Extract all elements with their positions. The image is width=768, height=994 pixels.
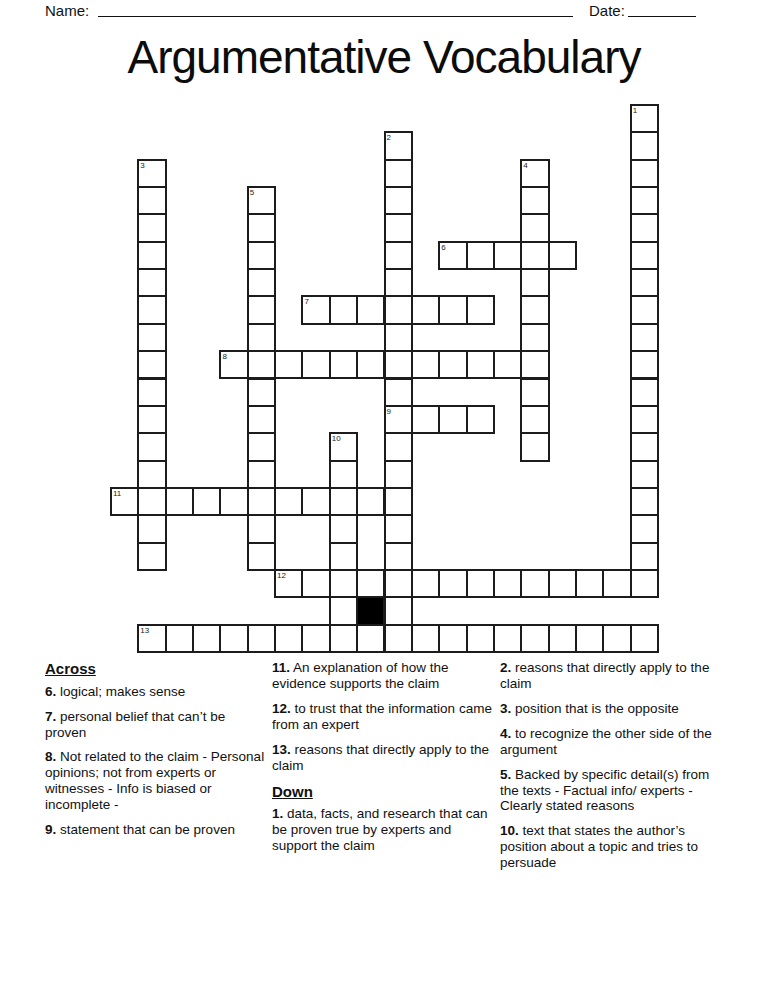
grid-cell[interactable]	[384, 159, 413, 188]
grid-cell[interactable]: 6	[438, 241, 467, 270]
grid-cell[interactable]	[384, 323, 413, 352]
clue-6: 6. logical; makes sense	[45, 684, 267, 700]
grid-cell[interactable]	[411, 569, 440, 598]
grid-cell[interactable]	[630, 159, 659, 188]
grid-cell[interactable]	[329, 624, 358, 653]
grid-cell[interactable]: 8	[219, 350, 248, 379]
grid-cell[interactable]	[520, 432, 549, 461]
grid-cell[interactable]	[356, 569, 385, 598]
grid-cell[interactable]	[384, 432, 413, 461]
grid-cell[interactable]	[137, 542, 166, 571]
grid-cell[interactable]	[247, 405, 276, 434]
grid-cell[interactable]	[520, 241, 549, 270]
grid-cell[interactable]	[329, 542, 358, 571]
page-title: Argumentative Vocabulary	[0, 30, 768, 84]
grid-cell[interactable]: 1	[630, 104, 659, 133]
grid-cell[interactable]	[301, 624, 330, 653]
grid-cell[interactable]	[247, 268, 276, 297]
grid-cell[interactable]	[520, 186, 549, 215]
clue-10-number: 10.	[500, 823, 519, 838]
grid-cell[interactable]	[247, 514, 276, 543]
grid-cell[interactable]	[520, 624, 549, 653]
grid-cell[interactable]	[466, 569, 495, 598]
grid-cell[interactable]	[466, 295, 495, 324]
grid-cell[interactable]	[274, 350, 303, 379]
grid-cell[interactable]	[384, 514, 413, 543]
clue-4: 4. to recognize the other side of the ar…	[500, 726, 722, 758]
clue-number-5: 5	[250, 188, 254, 197]
name-label: Name:	[45, 2, 89, 19]
grid-cell[interactable]: 13	[137, 624, 166, 653]
grid-cell[interactable]	[575, 624, 604, 653]
down-heading: Down	[272, 783, 494, 801]
grid-cell[interactable]	[411, 405, 440, 434]
clue-3-number: 3.	[500, 701, 511, 716]
grid-cell[interactable]	[384, 295, 413, 324]
grid-cell[interactable]	[548, 241, 577, 270]
grid-cell[interactable]	[137, 487, 166, 516]
clue-number-9: 9	[387, 407, 391, 416]
clue-8-text: Not related to the claim - Personal opin…	[45, 749, 264, 812]
clue-number-4: 4	[523, 161, 527, 170]
clue-5: 5. Backed by specific detail(s) from the…	[500, 767, 722, 815]
clue-column-2: 11. An explanation of how the evidence s…	[272, 660, 494, 863]
grid-cell[interactable]	[247, 432, 276, 461]
grid-cell[interactable]	[630, 378, 659, 407]
grid-cell[interactable]	[329, 295, 358, 324]
clue-number-2: 2	[387, 133, 391, 142]
grid-cell[interactable]	[301, 350, 330, 379]
grid-cell[interactable]: 9	[384, 405, 413, 434]
clue-8-number: 8.	[45, 749, 56, 764]
grid-cell[interactable]	[247, 350, 276, 379]
grid-cell[interactable]	[630, 432, 659, 461]
grid-cell[interactable]	[466, 350, 495, 379]
grid-cell[interactable]	[630, 542, 659, 571]
grid-cell[interactable]	[384, 186, 413, 215]
clue-column-1: Across6. logical; makes sense7. personal…	[45, 660, 267, 847]
grid-cell[interactable]	[493, 350, 522, 379]
grid-cell[interactable]	[137, 405, 166, 434]
grid-cell[interactable]	[247, 378, 276, 407]
grid-cell[interactable]	[411, 350, 440, 379]
grid-cell[interactable]	[630, 213, 659, 242]
grid-cell[interactable]	[520, 569, 549, 598]
grid-cell[interactable]	[630, 405, 659, 434]
grid-cell[interactable]	[356, 487, 385, 516]
grid-cell[interactable]	[137, 432, 166, 461]
clue-number-8: 8	[222, 352, 226, 361]
grid-cell[interactable]	[137, 186, 166, 215]
grid-cell[interactable]	[493, 624, 522, 653]
grid-cell[interactable]	[137, 268, 166, 297]
grid-cell[interactable]	[575, 569, 604, 598]
grid-cell[interactable]	[384, 542, 413, 571]
grid-cell[interactable]	[219, 487, 248, 516]
grid-cell[interactable]	[165, 487, 194, 516]
clue-5-text: Backed by specific detail(s) from the te…	[500, 767, 709, 814]
grid-cell[interactable]	[520, 295, 549, 324]
grid-cell[interactable]	[411, 624, 440, 653]
grid-cell[interactable]	[137, 460, 166, 489]
clue-11-text: An explanation of how the evidence suppo…	[272, 660, 448, 691]
grid-cell[interactable]	[384, 624, 413, 653]
grid-cell[interactable]	[466, 405, 495, 434]
grid-cell[interactable]: 7	[301, 295, 330, 324]
grid-cell[interactable]	[137, 378, 166, 407]
grid-cell[interactable]	[438, 295, 467, 324]
clue-9: 9. statement that can be proven	[45, 822, 267, 838]
grid-cell[interactable]	[630, 514, 659, 543]
grid-cell[interactable]: 11	[110, 487, 139, 516]
grid-cell[interactable]	[520, 323, 549, 352]
grid-cell[interactable]	[247, 542, 276, 571]
clue-13-text: reasons that directly apply to the claim	[272, 742, 489, 773]
grid-cell[interactable]	[192, 624, 221, 653]
clue-7-text: personal belief that can’t be proven	[45, 709, 225, 740]
grid-cell[interactable]	[137, 350, 166, 379]
date-underline	[628, 16, 696, 17]
across-heading: Across	[45, 660, 267, 678]
clue-number-6: 6	[441, 243, 445, 252]
grid-cell[interactable]	[356, 295, 385, 324]
grid-cell[interactable]	[493, 569, 522, 598]
grid-cell[interactable]	[165, 624, 194, 653]
clue-6-text: logical; makes sense	[60, 684, 185, 699]
clue-2-number: 2.	[500, 660, 511, 675]
grid-cell[interactable]	[329, 460, 358, 489]
grid-cell[interactable]	[520, 405, 549, 434]
grid-cell[interactable]	[630, 323, 659, 352]
grid-cell[interactable]	[356, 624, 385, 653]
clue-6-number: 6.	[45, 684, 56, 699]
clue-3: 3. position that is the opposite	[500, 701, 722, 717]
grid-cell[interactable]: 2	[384, 131, 413, 160]
grid-cell[interactable]	[356, 350, 385, 379]
grid-cell[interactable]	[466, 241, 495, 270]
grid-cell[interactable]	[630, 241, 659, 270]
clue-12-number: 12.	[272, 701, 291, 716]
grid-cell[interactable]	[247, 213, 276, 242]
grid-cell[interactable]	[247, 624, 276, 653]
grid-cell[interactable]	[438, 405, 467, 434]
clue-1: 1. data, facts, and research that can be…	[272, 806, 494, 854]
clue-9-text: statement that can be proven	[60, 822, 235, 837]
grid-cell[interactable]	[466, 624, 495, 653]
clue-5-number: 5.	[500, 767, 511, 782]
grid-cell[interactable]	[247, 295, 276, 324]
grid-cell[interactable]	[630, 350, 659, 379]
grid-cell[interactable]	[329, 487, 358, 516]
grid-cell[interactable]	[438, 569, 467, 598]
grid-cell[interactable]	[137, 295, 166, 324]
clue-13: 13. reasons that directly apply to the c…	[272, 742, 494, 774]
grid-cell[interactable]	[602, 569, 631, 598]
grid-cell[interactable]	[630, 131, 659, 160]
clue-2: 2. reasons that directly apply to the cl…	[500, 660, 722, 692]
grid-cell[interactable]	[192, 487, 221, 516]
clue-column-3: 2. reasons that directly apply to the cl…	[500, 660, 722, 880]
clue-10-text: text that states the author’s position a…	[500, 823, 698, 870]
clue-2-text: reasons that directly apply to the claim	[500, 660, 709, 691]
clue-9-number: 9.	[45, 822, 56, 837]
grid-cell[interactable]: 12	[274, 569, 303, 598]
clue-3-text: position that is the opposite	[515, 701, 679, 716]
grid-cell[interactable]	[411, 295, 440, 324]
clue-number-10: 10	[332, 434, 341, 443]
grid-cell[interactable]	[630, 460, 659, 489]
grid-cell[interactable]: 5	[247, 186, 276, 215]
grid-cell[interactable]	[384, 213, 413, 242]
grid-cell[interactable]	[384, 569, 413, 598]
grid-cell[interactable]	[301, 569, 330, 598]
clue-number-12: 12	[277, 571, 286, 580]
grid-cell[interactable]	[630, 624, 659, 653]
grid-cell[interactable]	[630, 487, 659, 516]
clue-12: 12. to trust that the information came f…	[272, 701, 494, 733]
grid-cell[interactable]	[137, 323, 166, 352]
grid-cell[interactable]	[219, 624, 248, 653]
grid-cell[interactable]: 10	[329, 432, 358, 461]
grid-cell[interactable]	[247, 241, 276, 270]
clue-1-text: data, facts, and research that can be pr…	[272, 806, 487, 853]
grid-cell[interactable]	[384, 378, 413, 407]
clue-4-number: 4.	[500, 726, 511, 741]
clue-13-number: 13.	[272, 742, 291, 757]
grid-cell[interactable]	[520, 268, 549, 297]
grid-cell[interactable]	[384, 596, 413, 625]
clue-7-number: 7.	[45, 709, 56, 724]
grid-cell[interactable]	[384, 460, 413, 489]
grid-cell[interactable]	[137, 213, 166, 242]
grid-cell[interactable]: 4	[520, 159, 549, 188]
grid-cell[interactable]	[438, 624, 467, 653]
grid-cell[interactable]	[630, 268, 659, 297]
grid-cell[interactable]	[438, 350, 467, 379]
grid-cell[interactable]	[329, 350, 358, 379]
clue-number-3: 3	[140, 161, 144, 170]
date-label: Date:	[589, 2, 625, 19]
clue-12-text: to trust that the information came from …	[272, 701, 492, 732]
grid-cell[interactable]	[384, 241, 413, 270]
grid-cell[interactable]	[274, 624, 303, 653]
clue-1-number: 1.	[272, 806, 283, 821]
grid-cell[interactable]: 3	[137, 159, 166, 188]
clue-number-11: 11	[113, 489, 121, 498]
clue-number-1: 1	[633, 106, 637, 115]
clue-7: 7. personal belief that can’t be proven	[45, 709, 267, 741]
grid-cell[interactable]	[630, 186, 659, 215]
grid-cell[interactable]	[548, 624, 577, 653]
grid-cell[interactable]	[329, 569, 358, 598]
clue-11: 11. An explanation of how the evidence s…	[272, 660, 494, 692]
grid-cell[interactable]	[384, 350, 413, 379]
worksheet-page: Name: Date: Argumentative Vocabulary 123…	[0, 0, 768, 994]
clue-10: 10. text that states the author’s positi…	[500, 823, 722, 871]
clue-number-7: 7	[304, 297, 308, 306]
grid-cell[interactable]	[329, 514, 358, 543]
clue-number-13: 13	[140, 626, 149, 635]
grid-cell[interactable]	[384, 268, 413, 297]
grid-cell[interactable]	[630, 295, 659, 324]
clue-4-text: to recognize the other side of the argum…	[500, 726, 712, 757]
grid-cell[interactable]	[520, 213, 549, 242]
name-underline	[98, 16, 573, 17]
grid-cell[interactable]	[274, 487, 303, 516]
grid-cell[interactable]	[602, 624, 631, 653]
grid-cell[interactable]	[329, 596, 358, 625]
grid-cell[interactable]	[301, 487, 330, 516]
grid-cell[interactable]	[630, 569, 659, 598]
grid-cell[interactable]	[247, 323, 276, 352]
grid-cell[interactable]	[247, 460, 276, 489]
clue-11-number: 11.	[272, 660, 290, 675]
grid-cell[interactable]	[137, 514, 166, 543]
grid-cell[interactable]	[137, 241, 166, 270]
grid-cell[interactable]	[384, 487, 413, 516]
black-cell	[356, 596, 385, 625]
grid-cell[interactable]	[493, 241, 522, 270]
grid-cell[interactable]	[548, 569, 577, 598]
grid-cell[interactable]	[247, 487, 276, 516]
grid-cell[interactable]	[520, 378, 549, 407]
grid-cell[interactable]	[520, 350, 549, 379]
clue-8: 8. Not related to the claim - Personal o…	[45, 749, 267, 813]
